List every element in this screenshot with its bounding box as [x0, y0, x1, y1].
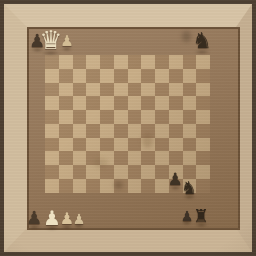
- piece-black-rook[interactable]: ♜: [193, 207, 209, 225]
- piece-white-queen[interactable]: ♛: [39, 27, 62, 53]
- chess-board-photo: ♟♛♟♞♟♞♟♟♟♟♟♜: [0, 0, 256, 256]
- piece-black-knight[interactable]: ♞: [192, 30, 212, 52]
- piece-white-pawn[interactable]: ♟: [60, 34, 73, 49]
- piece-white-pawn[interactable]: ♟: [43, 208, 61, 228]
- piece-black-knight[interactable]: ♞: [181, 179, 197, 197]
- piece-white-pawn[interactable]: ♟: [73, 212, 86, 226]
- piece-black-pawn[interactable]: ♟: [181, 209, 194, 223]
- piece-black-pawn[interactable]: ♟: [26, 209, 42, 227]
- board-inner-border: [27, 27, 240, 230]
